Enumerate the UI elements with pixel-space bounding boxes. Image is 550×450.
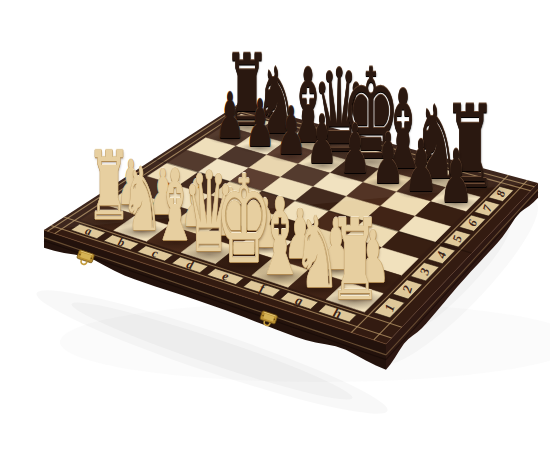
black-pawn-glyph: ♟ — [439, 140, 473, 213]
chess-set-photo: abcdefgh12345678 ♜♞♝♛♚♝♞♜♟♟♟♟♟♟♟♟♟♟♟♟♟♟♟… — [0, 0, 550, 450]
pieces-layer: ♜♞♝♛♚♝♞♜♟♟♟♟♟♟♟♟♟♟♟♟♟♟♟♟♜♞♝♛♚♝♞♜ — [0, 0, 550, 450]
white-rook-glyph: ♜ — [329, 204, 381, 316]
piece-white-rook-h1[interactable]: ♜ — [304, 204, 405, 316]
piece-black-pawn-h7[interactable]: ♟ — [423, 140, 489, 213]
